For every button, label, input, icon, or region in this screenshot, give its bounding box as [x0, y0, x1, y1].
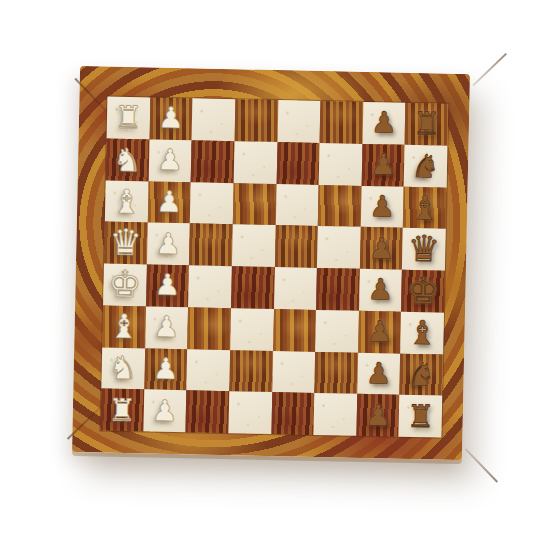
square-r4c5 — [274, 225, 317, 268]
square-r4c3 — [189, 224, 232, 267]
white-pawn: ♟ — [154, 271, 181, 301]
square-r4c8: ♛ — [402, 228, 445, 271]
brown-pawn: ♟ — [370, 150, 397, 180]
square-r4c1: ♛ — [104, 222, 147, 265]
frame-miter-seam — [472, 53, 507, 86]
square-r6c1: ♝ — [102, 305, 145, 348]
product-photo-stage: ♜♟♟♜♞♟♟♞♝♟♟♝♛♟♟♛♚♟♟♚♝♟♟♝♞♟♟♞♜♟♟♜ — [0, 0, 540, 540]
square-r3c8: ♝ — [403, 186, 446, 229]
white-bishop: ♝ — [111, 185, 141, 219]
square-r8c3 — [186, 391, 229, 434]
square-r1c5 — [277, 100, 320, 143]
white-pawn: ♟ — [157, 146, 184, 176]
square-r7c1: ♞ — [101, 347, 144, 390]
square-r2c7: ♟ — [361, 144, 404, 187]
square-r2c3 — [191, 140, 234, 183]
square-r3c5 — [275, 184, 318, 227]
square-r1c4 — [234, 99, 277, 142]
square-r6c2: ♟ — [145, 306, 188, 349]
square-r4c4 — [232, 224, 275, 267]
chess-board: ♜♟♟♜♞♟♟♞♝♟♟♝♛♟♟♛♚♟♟♚♝♟♟♝♞♟♟♞♜♟♟♜ — [72, 66, 470, 460]
square-r6c3 — [187, 307, 230, 350]
white-pawn: ♟ — [152, 396, 179, 426]
square-r1c2: ♟ — [149, 97, 192, 140]
square-r2c6 — [319, 143, 362, 186]
brown-knight: ♞ — [411, 150, 440, 183]
square-r4c6 — [317, 226, 360, 269]
brown-pawn: ♟ — [371, 108, 398, 138]
square-r8c7: ♟ — [356, 394, 399, 437]
brown-pawn: ♟ — [369, 192, 396, 222]
brown-queen: ♛ — [407, 231, 440, 268]
square-r7c8: ♞ — [400, 353, 443, 396]
square-r1c1: ♜ — [107, 97, 150, 140]
frame-miter-seam — [67, 407, 102, 440]
white-bishop: ♝ — [109, 310, 139, 344]
square-r7c2: ♟ — [144, 348, 187, 391]
brown-pawn: ♟ — [368, 234, 395, 264]
square-r1c7: ♟ — [362, 102, 405, 145]
white-knight: ♞ — [113, 143, 142, 176]
brown-bishop: ♝ — [407, 316, 437, 350]
square-r3c7: ♟ — [361, 185, 404, 228]
square-r2c1: ♞ — [106, 138, 149, 181]
square-r6c8: ♝ — [401, 311, 444, 354]
square-r8c2: ♟ — [143, 390, 186, 433]
square-r2c4 — [234, 141, 277, 184]
square-r3c4 — [233, 183, 276, 226]
square-r5c8: ♚ — [401, 270, 444, 313]
brown-pawn: ♟ — [367, 275, 394, 305]
square-r6c7: ♟ — [358, 311, 401, 354]
square-r2c5 — [276, 142, 319, 185]
square-r2c2: ♟ — [148, 139, 191, 182]
square-r5c1: ♚ — [103, 264, 146, 307]
brown-rook: ♜ — [406, 401, 434, 433]
square-r6c5 — [273, 309, 316, 352]
square-r3c2: ♟ — [147, 181, 190, 224]
square-r5c5 — [274, 267, 317, 310]
square-r8c4 — [228, 391, 271, 434]
brown-pawn: ♟ — [366, 317, 393, 347]
brown-pawn: ♟ — [365, 401, 392, 431]
brown-knight: ♞ — [407, 358, 436, 391]
square-r8c5 — [271, 392, 314, 435]
square-r4c2: ♟ — [147, 223, 190, 266]
square-r5c3 — [188, 265, 231, 308]
square-r2c8: ♞ — [404, 145, 447, 188]
brown-bishop: ♝ — [410, 191, 440, 225]
white-queen: ♛ — [109, 225, 142, 262]
square-r3c3 — [190, 182, 233, 225]
square-r1c3 — [192, 98, 235, 141]
square-r6c4 — [230, 308, 273, 351]
square-r1c8: ♜ — [405, 103, 448, 146]
white-pawn: ♟ — [153, 313, 180, 343]
square-r5c7: ♟ — [359, 269, 402, 312]
white-rook: ♜ — [108, 394, 136, 426]
square-r8c1: ♜ — [100, 389, 143, 432]
white-pawn: ♟ — [152, 354, 179, 384]
brown-rook: ♜ — [412, 108, 440, 140]
brown-pawn: ♟ — [365, 359, 392, 389]
white-king: ♚ — [108, 266, 142, 304]
square-r7c6 — [314, 351, 357, 394]
square-r5c6 — [316, 268, 359, 311]
white-pawn: ♟ — [155, 229, 182, 259]
square-r7c7: ♟ — [357, 352, 400, 395]
board-grid: ♜♟♟♜♞♟♟♞♝♟♟♝♛♟♟♛♚♟♟♚♝♟♟♝♞♟♟♞♜♟♟♜ — [100, 97, 448, 438]
square-r8c8: ♜ — [399, 395, 442, 438]
square-r5c2: ♟ — [146, 264, 189, 307]
white-rook: ♜ — [114, 102, 142, 134]
white-pawn: ♟ — [156, 187, 183, 217]
white-pawn: ♟ — [158, 104, 185, 134]
square-r1c6 — [320, 101, 363, 144]
brown-king: ♚ — [406, 272, 440, 310]
square-r5c4 — [231, 266, 274, 309]
square-r7c4 — [229, 350, 272, 393]
frame-miter-seam — [74, 78, 107, 113]
square-r6c6 — [315, 310, 358, 353]
square-r3c6 — [318, 184, 361, 227]
square-r7c5 — [272, 351, 315, 394]
square-r3c1: ♝ — [105, 180, 148, 223]
square-r4c7: ♟ — [360, 227, 403, 270]
white-knight: ♞ — [108, 352, 137, 385]
square-r7c3 — [187, 349, 230, 392]
square-r8c6 — [314, 393, 357, 436]
frame-miter-seam — [465, 448, 498, 483]
